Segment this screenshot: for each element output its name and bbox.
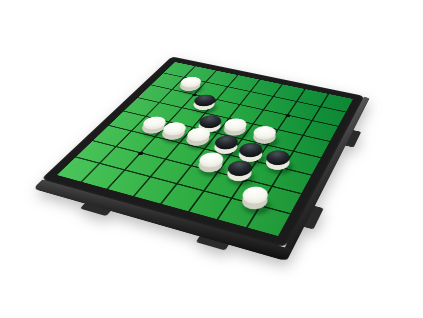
board-shadow-wrapper	[0, 0, 423, 318]
product-photo-scene	[0, 0, 423, 318]
star-point-dot	[137, 151, 144, 155]
star-point-dot	[285, 114, 291, 118]
othello-board	[31, 57, 371, 262]
